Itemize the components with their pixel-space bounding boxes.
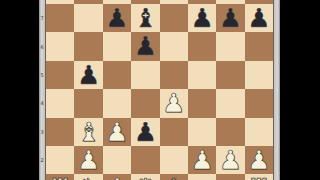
white-pawn-c3[interactable]: ♟	[105, 118, 128, 146]
rank-label-7: 7	[39, 16, 45, 21]
square-a5[interactable]	[46, 61, 74, 89]
square-h6[interactable]	[245, 32, 273, 60]
white-queen-d1[interactable]: ♛	[134, 174, 157, 180]
square-e5[interactable]	[160, 61, 188, 89]
square-f1[interactable]	[188, 174, 216, 180]
black-bishop-d7[interactable]: ♝	[134, 4, 157, 32]
square-d5[interactable]	[131, 61, 159, 89]
square-b4[interactable]	[74, 89, 102, 117]
white-bishop-c1[interactable]: ♝	[105, 174, 128, 180]
board-frame-left: 765432	[39, 0, 46, 180]
white-rook-a1[interactable]: ♜	[49, 174, 72, 180]
square-c5[interactable]	[103, 61, 131, 89]
square-a6[interactable]	[46, 32, 74, 60]
square-c1[interactable]: ♝	[103, 174, 131, 180]
black-pawn-d3[interactable]: ♟	[134, 118, 157, 146]
square-g5[interactable]	[216, 61, 244, 89]
square-g1[interactable]	[216, 174, 244, 180]
square-d2[interactable]	[131, 146, 159, 174]
square-d1[interactable]: ♛	[131, 174, 159, 180]
black-pawn-c7[interactable]: ♟	[105, 4, 128, 32]
square-g7[interactable]: ♟	[216, 4, 244, 32]
black-pawn-g7[interactable]: ♟	[219, 4, 242, 32]
black-pawn-f7[interactable]: ♟	[190, 4, 213, 32]
square-b3[interactable]: ♝	[74, 118, 102, 146]
white-pawn-g2[interactable]: ♟	[219, 146, 242, 174]
square-c2[interactable]	[103, 146, 131, 174]
square-c4[interactable]	[103, 89, 131, 117]
square-e6[interactable]	[160, 32, 188, 60]
white-rook-h1[interactable]: ♜	[247, 174, 270, 180]
white-pawn-e4[interactable]: ♟	[162, 89, 185, 117]
square-c6[interactable]	[103, 32, 131, 60]
square-h1[interactable]: ♜	[245, 174, 273, 180]
square-d4[interactable]	[131, 89, 159, 117]
square-a7[interactable]	[46, 4, 74, 32]
square-g6[interactable]	[216, 32, 244, 60]
square-f7[interactable]: ♟	[188, 4, 216, 32]
square-c7[interactable]: ♟	[103, 4, 131, 32]
white-knight-b1[interactable]: ♞	[77, 174, 100, 180]
board-frame-right	[273, 0, 280, 180]
square-h4[interactable]	[245, 89, 273, 117]
white-pawn-h2[interactable]: ♟	[247, 146, 270, 174]
square-e1[interactable]: ♚	[160, 174, 188, 180]
square-b5[interactable]: ♟	[74, 61, 102, 89]
board-viewport: ♜♛♚♝♞♜♟♝♟♟♟♟♟♟♝♟♟♟♟♟♟♜♞♝♛♚♜	[46, 0, 273, 180]
square-d3[interactable]: ♟	[131, 118, 159, 146]
black-pawn-b5[interactable]: ♟	[77, 61, 100, 89]
square-f5[interactable]	[188, 61, 216, 89]
square-c3[interactable]: ♟	[103, 118, 131, 146]
square-a4[interactable]	[46, 89, 74, 117]
black-pawn-d6[interactable]: ♟	[134, 32, 157, 60]
square-g4[interactable]	[216, 89, 244, 117]
square-f4[interactable]	[188, 89, 216, 117]
square-a1[interactable]: ♜	[46, 174, 74, 180]
square-b1[interactable]: ♞	[74, 174, 102, 180]
square-d7[interactable]: ♝	[131, 4, 159, 32]
square-f2[interactable]: ♟	[188, 146, 216, 174]
black-pawn-h7[interactable]: ♟	[247, 4, 270, 32]
square-f6[interactable]	[188, 32, 216, 60]
rank-label-3: 3	[39, 129, 45, 134]
square-e3[interactable]	[160, 118, 188, 146]
square-h5[interactable]	[245, 61, 273, 89]
white-pawn-f2[interactable]: ♟	[190, 146, 213, 174]
square-d6[interactable]: ♟	[131, 32, 159, 60]
square-f3[interactable]	[188, 118, 216, 146]
square-h2[interactable]: ♟	[245, 146, 273, 174]
rank-label-5: 5	[39, 72, 45, 77]
square-h7[interactable]: ♟	[245, 4, 273, 32]
white-king-e1[interactable]: ♚	[162, 174, 185, 180]
square-e2[interactable]	[160, 146, 188, 174]
rank-label-6: 6	[39, 44, 45, 49]
square-b7[interactable]	[74, 4, 102, 32]
square-h3[interactable]	[245, 118, 273, 146]
square-e4[interactable]: ♟	[160, 89, 188, 117]
square-e7[interactable]	[160, 4, 188, 32]
white-pawn-b2[interactable]: ♟	[77, 146, 100, 174]
video-frame: 765432 ♜♛♚♝♞♜♟♝♟♟♟♟♟♟♝♟♟♟♟♟♟♜♞♝♛♚♜	[0, 0, 320, 180]
square-b2[interactable]: ♟	[74, 146, 102, 174]
square-a3[interactable]	[46, 118, 74, 146]
square-b6[interactable]	[74, 32, 102, 60]
chess-board: ♜♛♚♝♞♜♟♝♟♟♟♟♟♟♝♟♟♟♟♟♟♜♞♝♛♚♜	[46, 0, 273, 180]
square-g2[interactable]: ♟	[216, 146, 244, 174]
rank-label-2: 2	[39, 158, 45, 163]
square-g3[interactable]	[216, 118, 244, 146]
square-a2[interactable]	[46, 146, 74, 174]
white-bishop-b3[interactable]: ♝	[77, 118, 100, 146]
rank-label-4: 4	[39, 101, 45, 106]
